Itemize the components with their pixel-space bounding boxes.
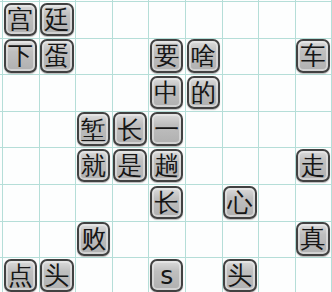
puzzle-tile[interactable]: 车	[296, 39, 330, 73]
tile-glyph: 堑	[81, 117, 106, 142]
puzzle-tile[interactable]: 长	[150, 186, 184, 220]
tile-glyph: 就	[81, 153, 106, 178]
puzzle-tile[interactable]: 一	[150, 112, 184, 146]
tile-glyph: 长	[118, 117, 143, 142]
puzzle-tile[interactable]: 败	[77, 222, 111, 256]
puzzle-tile[interactable]: 蛋	[40, 39, 74, 73]
puzzle-tile[interactable]: 要	[150, 39, 184, 73]
tile-glyph: 头	[44, 263, 69, 288]
puzzle-tile[interactable]: 就	[77, 149, 111, 183]
tile-glyph: 是	[118, 153, 143, 178]
tile-glyph: 啥	[191, 43, 216, 68]
puzzle-tile[interactable]: 长	[113, 112, 147, 146]
tile-glyph: 点	[8, 263, 33, 288]
tile-glyph: 中	[154, 80, 179, 105]
puzzle-tile[interactable]: 中	[150, 76, 184, 110]
tile-glyph: 蛋	[44, 43, 69, 68]
tile-glyph: 败	[81, 226, 106, 251]
tile-glyph: 要	[154, 43, 179, 68]
puzzle-tile[interactable]: s	[150, 259, 184, 292]
puzzle-tile[interactable]: 下	[4, 39, 38, 73]
tile-glyph: s	[160, 263, 173, 288]
tile-glyph: 下	[8, 43, 33, 68]
puzzle-tile[interactable]: 趟	[150, 149, 184, 183]
tile-glyph: 头	[227, 263, 252, 288]
puzzle-tile[interactable]: 心	[223, 186, 257, 220]
game-screen: 宫廷下蛋要啥车中的堑长一就是趟走长心败真点头s头	[0, 0, 332, 292]
puzzle-tile[interactable]: 宫	[4, 3, 38, 37]
tile-glyph: 趟	[154, 153, 179, 178]
tile-glyph: 长	[154, 190, 179, 215]
tile-glyph: 心	[227, 190, 252, 215]
puzzle-tile[interactable]: 是	[113, 149, 147, 183]
tile-glyph: 真	[301, 226, 326, 251]
tile-glyph: 廷	[44, 7, 69, 32]
tile-glyph: 宫	[8, 7, 33, 32]
puzzle-tile[interactable]: 头	[223, 259, 257, 292]
puzzle-tile[interactable]: 头	[40, 259, 74, 292]
tile-glyph: 车	[301, 43, 326, 68]
puzzle-tile[interactable]: 廷	[40, 3, 74, 37]
puzzle-tile[interactable]: 点	[4, 259, 38, 292]
tile-glyph: 走	[301, 153, 326, 178]
puzzle-tile[interactable]: 堑	[77, 112, 111, 146]
tile-glyph: 的	[191, 80, 216, 105]
puzzle-tile[interactable]: 的	[187, 76, 221, 110]
puzzle-tile[interactable]: 啥	[187, 39, 221, 73]
tile-glyph: 一	[154, 117, 179, 142]
puzzle-tile[interactable]: 走	[296, 149, 330, 183]
puzzle-tile[interactable]: 真	[296, 222, 330, 256]
